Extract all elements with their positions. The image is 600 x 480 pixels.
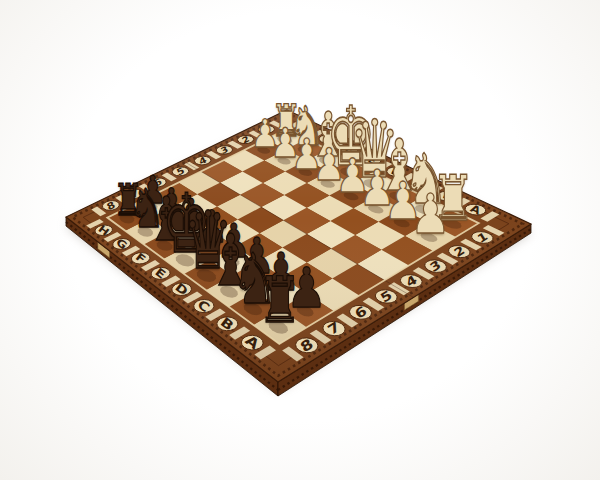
- product-photo-scene: HH11GG22FF33EE44DD55CC66BB77AA88 ♜♞♟♝♟♟♚…: [0, 0, 600, 480]
- pieces-layer: ♜♞♟♝♟♟♚♟♛♟♝♟♟♞♜♟♟♜♞♟♟♝♟♚♟♛♟♝♟♞♟♜: [0, 0, 600, 480]
- piece-black-rook-a8[interactable]: ♜: [258, 269, 302, 332]
- piece-white-pawn-a2[interactable]: ♟: [410, 187, 450, 242]
